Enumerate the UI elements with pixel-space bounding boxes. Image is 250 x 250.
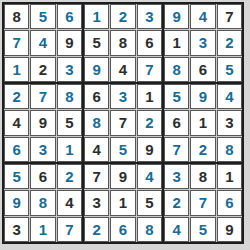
cell-r6c3[interactable]: 1 <box>57 137 82 162</box>
given-digit: 8 <box>119 35 127 50</box>
cell-r7c6[interactable]: 4 <box>137 164 162 189</box>
cell-r4c8[interactable]: 9 <box>190 84 215 109</box>
cell-r8c6[interactable]: 5 <box>137 190 162 215</box>
cell-r4c3[interactable]: 8 <box>57 84 82 109</box>
filled-digit: 7 <box>12 35 20 50</box>
cell-r6c6[interactable]: 9 <box>137 137 162 162</box>
filled-digit: 5 <box>39 9 47 24</box>
cell-r4c6[interactable]: 1 <box>137 84 162 109</box>
cell-r8c9[interactable]: 6 <box>217 190 242 215</box>
cell-r5c7[interactable]: 6 <box>164 110 189 135</box>
filled-digit: 8 <box>225 142 233 157</box>
cell-r5c1[interactable]: 4 <box>4 110 29 135</box>
cell-r7c8[interactable]: 8 <box>190 164 215 189</box>
filled-digit: 1 <box>92 9 100 24</box>
cell-r3c8[interactable]: 6 <box>190 57 215 82</box>
cell-r1c1[interactable]: 8 <box>4 4 29 29</box>
given-digit: 1 <box>145 89 153 104</box>
filled-digit: 7 <box>172 142 180 157</box>
given-digit: 6 <box>39 169 47 184</box>
filled-digit: 9 <box>92 62 100 77</box>
cell-r1c3[interactable]: 6 <box>57 4 82 29</box>
cell-r9c7[interactable]: 4 <box>164 217 189 242</box>
cell-r2c3[interactable]: 9 <box>57 30 82 55</box>
filled-digit: 3 <box>65 62 73 77</box>
filled-digit: 8 <box>145 222 153 237</box>
given-digit: 9 <box>65 35 73 50</box>
cell-r1c2[interactable]: 5 <box>30 4 55 29</box>
cell-r5c8[interactable]: 1 <box>190 110 215 135</box>
cell-r7c7[interactable]: 3 <box>164 164 189 189</box>
sudoku-box-9: 381276459 <box>164 164 242 242</box>
cell-r2c7[interactable]: 1 <box>164 30 189 55</box>
cell-r6c2[interactable]: 3 <box>30 137 55 162</box>
cell-r6c9[interactable]: 8 <box>217 137 242 162</box>
cell-r3c2[interactable]: 2 <box>30 57 55 82</box>
cell-r9c4[interactable]: 2 <box>84 217 109 242</box>
filled-digit: 2 <box>145 115 153 130</box>
cell-r3c6[interactable]: 7 <box>137 57 162 82</box>
cell-r9c2[interactable]: 1 <box>30 217 55 242</box>
filled-digit: 7 <box>145 62 153 77</box>
cell-r8c1[interactable]: 9 <box>4 190 29 215</box>
cell-r4c4[interactable]: 6 <box>84 84 109 109</box>
cell-r1c8[interactable]: 4 <box>190 4 215 29</box>
cell-r9c5[interactable]: 6 <box>110 217 135 242</box>
cell-r3c1[interactable]: 1 <box>4 57 29 82</box>
cell-r2c1[interactable]: 7 <box>4 30 29 55</box>
cell-r6c8[interactable]: 2 <box>190 137 215 162</box>
filled-digit: 8 <box>39 195 47 210</box>
cell-r9c3[interactable]: 7 <box>57 217 82 242</box>
filled-digit: 3 <box>199 35 207 50</box>
filled-digit: 6 <box>65 9 73 24</box>
sudoku-box-5: 631872459 <box>84 84 162 162</box>
filled-digit: 4 <box>145 169 153 184</box>
cell-r5c6[interactable]: 2 <box>137 110 162 135</box>
given-digit: 1 <box>199 115 207 130</box>
given-digit: 4 <box>12 115 20 130</box>
given-digit: 6 <box>172 115 180 130</box>
given-digit: 3 <box>12 222 20 237</box>
filled-digit: 4 <box>172 222 180 237</box>
filled-digit: 6 <box>225 195 233 210</box>
sudoku-box-7: 562984317 <box>4 164 82 242</box>
given-digit: 3 <box>92 195 100 210</box>
cell-r8c7[interactable]: 2 <box>164 190 189 215</box>
cell-r2c5[interactable]: 8 <box>110 30 135 55</box>
filled-digit: 2 <box>199 142 207 157</box>
filled-digit: 4 <box>39 35 47 50</box>
filled-digit: 1 <box>39 222 47 237</box>
cell-r7c1[interactable]: 5 <box>4 164 29 189</box>
cell-r5c4[interactable]: 8 <box>84 110 109 135</box>
filled-digit: 4 <box>199 9 207 24</box>
filled-digit: 5 <box>12 169 20 184</box>
cell-r7c9[interactable]: 1 <box>217 164 242 189</box>
filled-digit: 3 <box>119 89 127 104</box>
sudoku-box-2: 123586947 <box>84 4 162 82</box>
filled-digit: 2 <box>119 9 127 24</box>
cell-r8c2[interactable]: 8 <box>30 190 55 215</box>
given-digit: 7 <box>225 9 233 24</box>
filled-digit: 2 <box>65 169 73 184</box>
given-digit: 1 <box>119 195 127 210</box>
cell-r6c4[interactable]: 4 <box>84 137 109 162</box>
given-digit: 3 <box>225 115 233 130</box>
cell-r7c4[interactable]: 7 <box>84 164 109 189</box>
cell-r1c7[interactable]: 9 <box>164 4 189 29</box>
given-digit: 5 <box>65 115 73 130</box>
cell-r5c2[interactable]: 9 <box>30 110 55 135</box>
cell-r7c2[interactable]: 6 <box>30 164 55 189</box>
cell-r4c2[interactable]: 7 <box>30 84 55 109</box>
given-digit: 4 <box>92 142 100 157</box>
cell-r2c9[interactable]: 2 <box>217 30 242 55</box>
given-digit: 6 <box>145 35 153 50</box>
sudoku-board: 8567491231235869479471328652784956316318… <box>2 2 244 244</box>
filled-digit: 5 <box>172 89 180 104</box>
filled-digit: 5 <box>119 142 127 157</box>
filled-digit: 9 <box>12 195 20 210</box>
given-digit: 4 <box>119 62 127 77</box>
cell-r2c2[interactable]: 4 <box>30 30 55 55</box>
filled-digit: 2 <box>172 195 180 210</box>
filled-digit: 7 <box>39 89 47 104</box>
cell-r1c5[interactable]: 2 <box>110 4 135 29</box>
cell-r6c7[interactable]: 7 <box>164 137 189 162</box>
given-digit: 6 <box>92 89 100 104</box>
cell-r8c4[interactable]: 3 <box>84 190 109 215</box>
given-digit: 7 <box>119 115 127 130</box>
given-digit: 9 <box>225 222 233 237</box>
given-digit: 8 <box>199 169 207 184</box>
cell-r8c8[interactable]: 7 <box>190 190 215 215</box>
filled-digit: 4 <box>225 89 233 104</box>
cell-r3c9[interactable]: 5 <box>217 57 242 82</box>
given-digit: 9 <box>145 142 153 157</box>
cell-r5c3[interactable]: 5 <box>57 110 82 135</box>
cell-r9c6[interactable]: 8 <box>137 217 162 242</box>
filled-digit: 3 <box>145 9 153 24</box>
cell-r8c3[interactable]: 4 <box>57 190 82 215</box>
filled-digit: 2 <box>225 35 233 50</box>
sudoku-box-6: 594613728 <box>164 84 242 162</box>
cell-r2c6[interactable]: 6 <box>137 30 162 55</box>
cell-r4c9[interactable]: 4 <box>217 84 242 109</box>
filled-digit: 2 <box>92 222 100 237</box>
given-digit: 7 <box>92 169 100 184</box>
filled-digit: 8 <box>172 62 180 77</box>
given-digit: 2 <box>39 62 47 77</box>
cell-r3c7[interactable]: 8 <box>164 57 189 82</box>
given-digit: 5 <box>92 35 100 50</box>
sudoku-box-1: 856749123 <box>4 4 82 82</box>
filled-digit: 8 <box>65 89 73 104</box>
cell-r3c5[interactable]: 4 <box>110 57 135 82</box>
filled-digit: 5 <box>225 62 233 77</box>
filled-digit: 1 <box>12 62 20 77</box>
cell-r2c4[interactable]: 5 <box>84 30 109 55</box>
cell-r4c1[interactable]: 2 <box>4 84 29 109</box>
cell-r8c5[interactable]: 1 <box>110 190 135 215</box>
filled-digit: 5 <box>199 222 207 237</box>
cell-r9c9[interactable]: 9 <box>217 217 242 242</box>
filled-digit: 6 <box>119 222 127 237</box>
sudoku-box-3: 947132865 <box>164 4 242 82</box>
given-digit: 9 <box>119 169 127 184</box>
filled-digit: 7 <box>65 222 73 237</box>
cell-r2c8[interactable]: 3 <box>190 30 215 55</box>
cell-r5c9[interactable]: 3 <box>217 110 242 135</box>
sudoku-box-4: 278495631 <box>4 84 82 162</box>
filled-digit: 3 <box>39 142 47 157</box>
filled-digit: 3 <box>172 169 180 184</box>
cell-r9c8[interactable]: 5 <box>190 217 215 242</box>
cell-r5c5[interactable]: 7 <box>110 110 135 135</box>
cell-r7c5[interactable]: 9 <box>110 164 135 189</box>
cell-r1c9[interactable]: 7 <box>217 4 242 29</box>
given-digit: 5 <box>145 195 153 210</box>
filled-digit: 6 <box>12 142 20 157</box>
filled-digit: 2 <box>12 89 20 104</box>
cell-r9c1[interactable]: 3 <box>4 217 29 242</box>
cell-r3c4[interactable]: 9 <box>84 57 109 82</box>
filled-digit: 8 <box>92 115 100 130</box>
given-digit: 1 <box>225 169 233 184</box>
cell-r6c1[interactable]: 6 <box>4 137 29 162</box>
filled-digit: 9 <box>199 89 207 104</box>
given-digit: 8 <box>12 9 20 24</box>
cell-r1c6[interactable]: 3 <box>137 4 162 29</box>
cell-r1c4[interactable]: 1 <box>84 4 109 29</box>
cell-r6c5[interactable]: 5 <box>110 137 135 162</box>
sudoku-box-8: 794315268 <box>84 164 162 242</box>
given-digit: 4 <box>65 195 73 210</box>
cell-r7c3[interactable]: 2 <box>57 164 82 189</box>
cell-r4c7[interactable]: 5 <box>164 84 189 109</box>
given-digit: 9 <box>39 115 47 130</box>
given-digit: 6 <box>199 62 207 77</box>
filled-digit: 1 <box>65 142 73 157</box>
cell-r4c5[interactable]: 3 <box>110 84 135 109</box>
given-digit: 1 <box>172 35 180 50</box>
filled-digit: 7 <box>199 195 207 210</box>
cell-r3c3[interactable]: 3 <box>57 57 82 82</box>
filled-digit: 9 <box>172 9 180 24</box>
